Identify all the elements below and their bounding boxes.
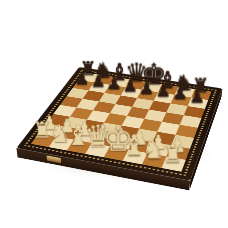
brass-clasp-icon: [46, 155, 61, 163]
chess-board: ♜♞♝♛♚♝♞♜♟♟♟♟♟♟♟♟♟♟♟♟♟♟♟♟♜♞♝♛♚♝♞♜: [16, 67, 222, 181]
board-perspective-wrapper: ♜♞♝♛♚♝♞♜♟♟♟♟♟♟♟♟♟♟♟♟♟♟♟♟♜♞♝♛♚♝♞♜: [45, 34, 209, 198]
product-photo: ♜♞♝♛♚♝♞♜♟♟♟♟♟♟♟♟♟♟♟♟♟♟♟♟♜♞♝♛♚♝♞♜: [0, 0, 228, 228]
